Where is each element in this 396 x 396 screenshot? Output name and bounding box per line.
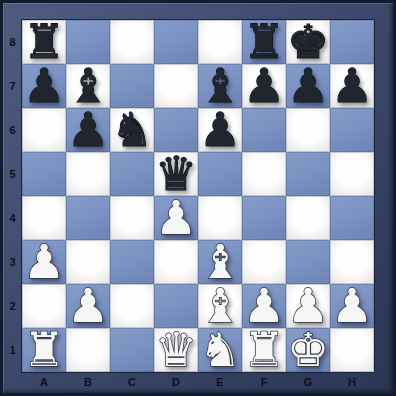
- square-f1[interactable]: ♜: [242, 328, 286, 372]
- rank-label-1: 1: [3, 328, 22, 372]
- white-rook[interactable]: ♜: [243, 328, 285, 372]
- white-pawn[interactable]: ♟: [67, 284, 109, 328]
- square-f7[interactable]: ♟: [242, 64, 286, 108]
- square-g5[interactable]: [286, 152, 330, 196]
- file-label-f: F: [242, 372, 286, 393]
- file-label-b: B: [66, 372, 110, 393]
- white-rook[interactable]: ♜: [23, 328, 65, 372]
- square-a6[interactable]: [22, 108, 66, 152]
- square-e1[interactable]: ♞: [198, 328, 242, 372]
- square-b6[interactable]: ♟: [66, 108, 110, 152]
- rank-label-8: 8: [3, 20, 22, 64]
- square-c6[interactable]: ♞: [110, 108, 154, 152]
- white-knight[interactable]: ♞: [199, 328, 241, 372]
- file-label-e: E: [198, 372, 242, 393]
- square-g7[interactable]: ♟: [286, 64, 330, 108]
- rank-label-6: 6: [3, 108, 22, 152]
- square-h6[interactable]: [330, 108, 374, 152]
- rank-label-2: 2: [3, 284, 22, 328]
- white-pawn[interactable]: ♟: [23, 240, 65, 284]
- square-g1[interactable]: ♚: [286, 328, 330, 372]
- square-h1[interactable]: [330, 328, 374, 372]
- square-h5[interactable]: [330, 152, 374, 196]
- black-pawn[interactable]: ♟: [243, 64, 285, 108]
- square-c8[interactable]: [110, 20, 154, 64]
- black-knight[interactable]: ♞: [111, 108, 153, 152]
- white-pawn[interactable]: ♟: [331, 284, 373, 328]
- rank-label-5: 5: [3, 152, 22, 196]
- square-d3[interactable]: [154, 240, 198, 284]
- square-d1[interactable]: ♛: [154, 328, 198, 372]
- square-b1[interactable]: [66, 328, 110, 372]
- square-c2[interactable]: [110, 284, 154, 328]
- file-labels: ABCDEFGH: [22, 372, 374, 393]
- square-d8[interactable]: [154, 20, 198, 64]
- black-pawn[interactable]: ♟: [199, 108, 241, 152]
- file-label-d: D: [154, 372, 198, 393]
- white-queen[interactable]: ♛: [155, 328, 197, 372]
- black-pawn[interactable]: ♟: [331, 64, 373, 108]
- square-f5[interactable]: [242, 152, 286, 196]
- square-c4[interactable]: [110, 196, 154, 240]
- square-c5[interactable]: [110, 152, 154, 196]
- square-h7[interactable]: ♟: [330, 64, 374, 108]
- black-pawn[interactable]: ♟: [287, 64, 329, 108]
- white-king[interactable]: ♚: [287, 328, 329, 372]
- rank-label-7: 7: [3, 64, 22, 108]
- square-f6[interactable]: [242, 108, 286, 152]
- file-label-g: G: [286, 372, 330, 393]
- square-b5[interactable]: [66, 152, 110, 196]
- square-a3[interactable]: ♟: [22, 240, 66, 284]
- black-pawn[interactable]: ♟: [23, 64, 65, 108]
- square-d4[interactable]: ♟: [154, 196, 198, 240]
- square-e5[interactable]: [198, 152, 242, 196]
- square-b4[interactable]: [66, 196, 110, 240]
- file-label-a: A: [22, 372, 66, 393]
- square-g4[interactable]: [286, 196, 330, 240]
- file-label-c: C: [110, 372, 154, 393]
- square-d7[interactable]: [154, 64, 198, 108]
- square-a5[interactable]: [22, 152, 66, 196]
- square-a7[interactable]: ♟: [22, 64, 66, 108]
- square-e6[interactable]: ♟: [198, 108, 242, 152]
- chess-board-frame: 87654321 ♜♜♚♟♝♝♟♟♟♟♞♟♛♟♟♝♟♝♟♟♟♜♛♞♜♚ ABCD…: [0, 0, 396, 396]
- rank-labels: 87654321: [3, 20, 22, 372]
- board: ♜♜♚♟♝♝♟♟♟♟♞♟♛♟♟♝♟♝♟♟♟♜♛♞♜♚: [22, 20, 374, 372]
- rank-label-4: 4: [3, 196, 22, 240]
- square-b2[interactable]: ♟: [66, 284, 110, 328]
- square-g6[interactable]: [286, 108, 330, 152]
- square-a1[interactable]: ♜: [22, 328, 66, 372]
- square-h2[interactable]: ♟: [330, 284, 374, 328]
- rank-label-3: 3: [3, 240, 22, 284]
- square-c3[interactable]: [110, 240, 154, 284]
- square-f4[interactable]: [242, 196, 286, 240]
- black-pawn[interactable]: ♟: [67, 108, 109, 152]
- square-h4[interactable]: [330, 196, 374, 240]
- square-c1[interactable]: [110, 328, 154, 372]
- white-pawn[interactable]: ♟: [155, 196, 197, 240]
- file-label-h: H: [330, 372, 374, 393]
